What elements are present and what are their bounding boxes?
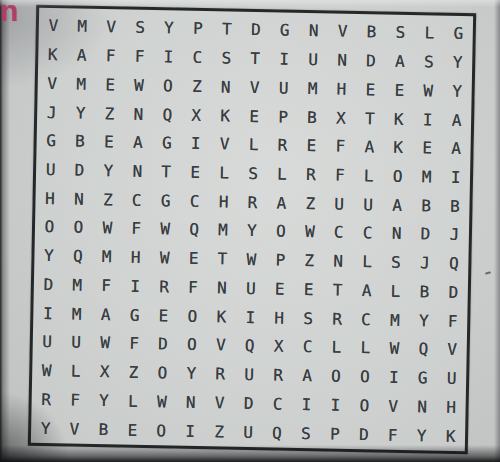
grid-cell-r12c14[interactable]: Q (409, 335, 438, 364)
grid-cell-r9c8[interactable]: W (237, 246, 266, 275)
grid-cell-r2c3[interactable]: F (96, 42, 125, 71)
grid-cell-r11c10[interactable]: S (293, 304, 322, 333)
grid-cell-r13c10[interactable]: A (292, 362, 321, 391)
grid-cell-r14c14[interactable]: N (407, 393, 436, 422)
grid-cell-r7c5[interactable]: G (151, 186, 180, 215)
grid-cell-r6c5[interactable]: T (152, 158, 181, 187)
grid-cell-r14c2[interactable]: F (60, 386, 89, 415)
grid-cell-r12c1[interactable]: U (33, 328, 62, 357)
grid-cell-r6c9[interactable]: L (267, 160, 296, 189)
grid-cell-r2c5[interactable]: I (154, 43, 183, 72)
grid-cell-r9c9[interactable]: P (266, 246, 295, 275)
grid-cell-r14c3[interactable]: Y (89, 386, 118, 415)
grid-cell-r3c14[interactable]: W (414, 77, 443, 106)
grid-cell-r4c14[interactable]: I (413, 105, 442, 134)
grid-cell-r12c15[interactable]: V (438, 336, 467, 365)
grid-cell-r1c1[interactable]: V (39, 12, 68, 41)
grid-cell-r7c4[interactable]: C (122, 186, 151, 215)
grid-cell-r9c2[interactable]: Q (63, 242, 92, 271)
grid-cell-r13c11[interactable]: O (321, 362, 350, 391)
grid-cell-r2c12[interactable]: D (356, 47, 385, 76)
grid-cell-r1c9[interactable]: G (270, 16, 299, 45)
grid-cell-r13c12[interactable]: O (350, 363, 379, 392)
grid-cell-r7c10[interactable]: Z (296, 189, 325, 218)
grid-cell-r5c2[interactable]: B (65, 127, 94, 156)
grid-cell-r10c12[interactable]: A (352, 277, 381, 306)
grid-cell-r11c14[interactable]: Y (409, 306, 438, 335)
grid-cell-r12c9[interactable]: X (264, 332, 293, 361)
grid-cell-r8c5[interactable]: W (150, 215, 179, 244)
grid-cell-r11c6[interactable]: O (178, 302, 207, 331)
grid-cell-r2c15[interactable]: Y (443, 48, 472, 77)
grid-cell-r4c2[interactable]: Y (66, 99, 95, 128)
grid-cell-r3c7[interactable]: N (211, 73, 240, 102)
grid-cell-r8c6[interactable]: Q (179, 216, 208, 245)
grid-cell-r3c15[interactable]: Y (442, 77, 471, 106)
grid-cell-r10c2[interactable]: M (63, 271, 92, 300)
grid-cell-r14c15[interactable]: H (436, 393, 465, 422)
grid-cell-r9c6[interactable]: E (179, 244, 208, 273)
grid-cell-r14c8[interactable]: D (234, 389, 263, 418)
grid-cell-r5c12[interactable]: A (355, 133, 384, 162)
grid-cell-r4c11[interactable]: X (326, 104, 355, 133)
grid-cell-r4c13[interactable]: K (384, 105, 413, 134)
grid-cell-r7c11[interactable]: U (325, 190, 354, 219)
grid-cell-r9c11[interactable]: N (323, 247, 352, 276)
grid-cell-r8c15[interactable]: J (440, 221, 469, 250)
grid-cell-r8c13[interactable]: N (382, 220, 411, 249)
grid-cell-r1c10[interactable]: N (299, 17, 328, 46)
grid-cell-r9c4[interactable]: H (121, 243, 150, 272)
grid-cell-r14c12[interactable]: O (350, 391, 379, 420)
grid-cell-r8c2[interactable]: O (64, 214, 93, 243)
grid-cell-r5c13[interactable]: K (384, 133, 413, 162)
grid-cell-r3c8[interactable]: V (240, 73, 269, 102)
grid-cell-r1c4[interactable]: S (125, 14, 154, 43)
grid-cell-r4c15[interactable]: A (442, 106, 471, 135)
grid-cell-r5c15[interactable]: A (441, 135, 470, 164)
grid-cell-r6c12[interactable]: L (354, 162, 383, 191)
grid-cell-r9c14[interactable]: J (410, 249, 439, 278)
grid-cell-r13c2[interactable]: L (61, 357, 90, 386)
grid-cell-r13c1[interactable]: W (32, 357, 61, 386)
grid-cell-r4c6[interactable]: X (182, 101, 211, 130)
grid-cell-r3c3[interactable]: E (95, 70, 124, 99)
grid-cell-r2c8[interactable]: T (241, 44, 270, 73)
grid-cell-r14c11[interactable]: I (321, 391, 350, 420)
grid-cell-r13c9[interactable]: R (263, 361, 292, 390)
grid-cell-r13c6[interactable]: Y (177, 359, 206, 388)
grid-cell-r6c4[interactable]: N (123, 157, 152, 186)
grid-cell-r2c7[interactable]: S (212, 44, 241, 73)
grid-cell-r11c3[interactable]: A (91, 300, 120, 329)
grid-cell-r13c15[interactable]: U (437, 364, 466, 393)
grid-cell-r9c13[interactable]: S (381, 248, 410, 277)
grid-cell-r5c14[interactable]: E (412, 134, 441, 163)
grid-cell-r9c15[interactable]: Q (439, 249, 468, 278)
grid-cell-r3c4[interactable]: W (124, 71, 153, 100)
grid-cell-r3c11[interactable]: H (327, 75, 356, 104)
grid-cell-r9c7[interactable]: T (208, 245, 237, 274)
grid-cell-r13c8[interactable]: U (234, 360, 263, 389)
grid-cell-r14c7[interactable]: V (205, 389, 234, 418)
grid-cell-r13c3[interactable]: X (90, 358, 119, 387)
grid-cell-r11c4[interactable]: G (120, 301, 149, 330)
grid-cell-r2c11[interactable]: N (327, 46, 356, 75)
grid-cell-r2c13[interactable]: A (385, 47, 414, 76)
grid-cell-r6c1[interactable]: U (36, 156, 65, 185)
grid-cell-r15c7[interactable]: Z (204, 417, 233, 446)
grid-cell-r1c14[interactable]: L (415, 19, 444, 48)
word-search-grid: VMVSYPTDGNVBSLGKAFFICSTIUNDASYVMEWOZNVUM… (31, 8, 473, 451)
grid-cell-r5c6[interactable]: I (181, 130, 210, 159)
grid-cell-r1c15[interactable]: G (444, 20, 473, 49)
grid-cell-r12c5[interactable]: D (148, 330, 177, 359)
grid-cell-r15c12[interactable]: D (349, 420, 378, 449)
grid-cell-r6c14[interactable]: M (412, 163, 441, 192)
grid-cell-r15c2[interactable]: V (60, 415, 89, 444)
photo-page: { "game": "word-search", "position": "VM… (0, 0, 500, 462)
grid-cell-r5c11[interactable]: F (326, 132, 355, 161)
grid-cell-r8c3[interactable]: W (93, 214, 122, 243)
grid-cell-r8c8[interactable]: Y (237, 217, 266, 246)
grid-cell-r11c1[interactable]: I (33, 299, 62, 328)
grid-cell-r7c2[interactable]: N (64, 185, 93, 214)
grid-cell-r1c6[interactable]: P (183, 15, 212, 44)
grid-cell-r4c4[interactable]: N (124, 100, 153, 129)
grid-cell-r5c9[interactable]: R (268, 131, 297, 160)
grid-cell-r7c12[interactable]: U (353, 190, 382, 219)
grid-cell-r1c13[interactable]: S (386, 19, 415, 48)
grid-cell-r7c14[interactable]: B (411, 191, 440, 220)
grid-cell-r6c8[interactable]: S (238, 159, 267, 188)
grid-cell-r3c13[interactable]: E (385, 76, 414, 105)
grid-cell-r14c10[interactable]: I (292, 390, 321, 419)
grid-cell-r15c13[interactable]: F (378, 421, 407, 450)
grid-cell-r13c14[interactable]: G (408, 364, 437, 393)
grid-cell-r1c8[interactable]: D (241, 16, 270, 45)
grid-cell-r10c9[interactable]: E (265, 275, 294, 304)
grid-cell-r4c8[interactable]: E (239, 102, 268, 131)
grid-cell-r12c8[interactable]: Q (235, 332, 264, 361)
grid-cell-r10c15[interactable]: D (439, 278, 468, 307)
grid-cell-r14c4[interactable]: L (118, 387, 147, 416)
grid-cell-r11c2[interactable]: M (62, 300, 91, 329)
grid-cell-r11c9[interactable]: H (264, 304, 293, 333)
grid-cell-r7c13[interactable]: A (382, 191, 411, 220)
grid-cell-r10c4[interactable]: I (120, 272, 149, 301)
grid-cell-r11c11[interactable]: R (322, 305, 351, 334)
grid-cell-r14c9[interactable]: C (263, 390, 292, 419)
grid-cell-r15c5[interactable]: O (147, 416, 176, 445)
grid-cell-r10c6[interactable]: F (178, 273, 207, 302)
grid-cell-r6c11[interactable]: F (325, 161, 354, 190)
grid-cell-r12c4[interactable]: F (119, 330, 148, 359)
grid-cell-r9c12[interactable]: L (352, 248, 381, 277)
grid-cell-r6c6[interactable]: E (180, 158, 209, 187)
grid-cell-r15c11[interactable]: P (320, 420, 349, 449)
grid-cell-r8c12[interactable]: C (353, 219, 382, 248)
grid-cell-r15c1[interactable]: Y (31, 414, 60, 443)
grid-cell-r12c10[interactable]: C (293, 333, 322, 362)
grid-cell-r7c1[interactable]: H (35, 184, 64, 213)
grid-cell-r2c10[interactable]: U (298, 46, 327, 75)
grid-cell-r9c1[interactable]: Y (34, 242, 63, 271)
grid-cell-r8c9[interactable]: O (266, 217, 295, 246)
grid-cell-r10c3[interactable]: F (91, 272, 120, 301)
grid-cell-r15c6[interactable]: I (175, 417, 204, 446)
grid-cell-r6c7[interactable]: L (209, 159, 238, 188)
grid-cell-r1c7[interactable]: T (212, 15, 241, 44)
grid-cell-r6c10[interactable]: R (296, 161, 325, 190)
grid-cell-r4c3[interactable]: Z (95, 99, 124, 128)
grid-cell-r5c1[interactable]: G (36, 127, 65, 156)
grid-cell-r1c11[interactable]: V (328, 17, 357, 46)
grid-cell-r6c15[interactable]: I (441, 163, 470, 192)
grid-cell-r11c13[interactable]: M (380, 306, 409, 335)
grid-cell-r2c1[interactable]: K (38, 41, 67, 70)
grid-cell-r12c12[interactable]: L (351, 334, 380, 363)
grid-cell-r5c4[interactable]: A (123, 128, 152, 157)
grid-cell-r8c7[interactable]: M (208, 216, 237, 245)
grid-cell-r12c6[interactable]: O (177, 331, 206, 360)
grid-cell-r10c8[interactable]: U (236, 274, 265, 303)
grid-cell-r11c8[interactable]: I (236, 303, 265, 332)
grid-cell-r4c10[interactable]: B (297, 103, 326, 132)
grid-cell-r12c13[interactable]: W (380, 335, 409, 364)
grid-cell-r2c9[interactable]: I (269, 45, 298, 74)
grid-cell-r3c2[interactable]: M (66, 70, 95, 99)
grid-cell-r13c4[interactable]: Z (119, 358, 148, 387)
grid-cell-r4c1[interactable]: J (37, 98, 66, 127)
grid-cell-r11c7[interactable]: K (207, 302, 236, 331)
grid-cell-r5c3[interactable]: E (94, 128, 123, 157)
grid-cell-r7c8[interactable]: R (238, 188, 267, 217)
grid-cell-r13c7[interactable]: R (206, 360, 235, 389)
grid-cell-r10c10[interactable]: E (294, 275, 323, 304)
grid-cell-r8c14[interactable]: D (411, 220, 440, 249)
grid-cell-r7c3[interactable]: Z (93, 185, 122, 214)
grid-cell-r14c5[interactable]: W (147, 388, 176, 417)
grid-cell-r3c6[interactable]: Z (182, 72, 211, 101)
grid-cell-r6c3[interactable]: Y (94, 157, 123, 186)
grid-cell-r3c9[interactable]: U (269, 74, 298, 103)
grid-cell-r11c15[interactable]: F (438, 307, 467, 336)
grid-cell-r14c6[interactable]: N (176, 388, 205, 417)
grid-cell-r3c5[interactable]: O (153, 72, 182, 101)
grid-cell-r1c12[interactable]: B (357, 18, 386, 47)
grid-cell-r5c5[interactable]: G (152, 129, 181, 158)
grid-cell-r3c10[interactable]: M (298, 74, 327, 103)
grid-cell-r8c1[interactable]: O (35, 213, 64, 242)
grid-cell-r9c3[interactable]: M (92, 243, 121, 272)
page-heading-fragment: n (0, 0, 18, 28)
grid-cell-r1c3[interactable]: V (96, 13, 125, 42)
grid-cell-r7c7[interactable]: H (209, 188, 238, 217)
grid-cell-r4c7[interactable]: K (210, 101, 239, 130)
grid-cell-r1c2[interactable]: M (68, 12, 97, 41)
grid-cell-r15c9[interactable]: Q (262, 419, 291, 448)
grid-cell-r11c5[interactable]: E (149, 301, 178, 330)
grid-cell-r12c11[interactable]: L (322, 333, 351, 362)
grid-cell-r6c2[interactable]: D (65, 156, 94, 185)
grid-cell-r12c7[interactable]: V (206, 331, 235, 360)
grid-cell-r10c5[interactable]: R (149, 273, 178, 302)
grid-cell-r8c11[interactable]: C (324, 219, 353, 248)
grid-cell-r15c14[interactable]: Y (407, 421, 436, 450)
grid-cell-r4c5[interactable]: Q (153, 100, 182, 129)
grid-cell-r6c13[interactable]: O (383, 162, 412, 191)
grid-cell-r12c3[interactable]: W (90, 329, 119, 358)
grid-cell-r9c10[interactable]: Z (295, 247, 324, 276)
grid-cell-r1c5[interactable]: Y (154, 14, 183, 43)
grid-cell-r2c2[interactable]: A (67, 41, 96, 70)
grid-cell-r7c6[interactable]: C (180, 187, 209, 216)
grid-cell-r7c15[interactable]: B (440, 192, 469, 221)
grid-cell-r5c10[interactable]: E (297, 132, 326, 161)
grid-cell-r7c9[interactable]: A (267, 189, 296, 218)
grid-cell-r2c4[interactable]: F (125, 42, 154, 71)
grid-cell-r15c3[interactable]: B (89, 415, 118, 444)
grid-cell-r13c5[interactable]: O (148, 359, 177, 388)
grid-cell-r4c9[interactable]: P (268, 102, 297, 131)
grid-cell-r2c6[interactable]: C (183, 43, 212, 72)
grid-cell-r5c8[interactable]: L (239, 131, 268, 160)
grid-cell-r14c1[interactable]: R (31, 385, 60, 414)
grid-cell-r15c10[interactable]: S (291, 419, 320, 448)
grid-cell-r12c2[interactable]: U (61, 328, 90, 357)
grid-cell-r11c12[interactable]: C (351, 305, 380, 334)
grid-cell-r15c8[interactable]: U (233, 418, 262, 447)
grid-cell-r10c13[interactable]: L (381, 277, 410, 306)
grid-cell-r13c13[interactable]: I (379, 363, 408, 392)
grid-cell-r5c7[interactable]: V (210, 130, 239, 159)
grid-cell-r10c7[interactable]: N (207, 274, 236, 303)
grid-cell-r10c14[interactable]: B (410, 278, 439, 307)
grid-cell-r4c12[interactable]: T (355, 104, 384, 133)
grid-cell-r8c10[interactable]: W (295, 218, 324, 247)
grid-cell-r2c14[interactable]: S (414, 48, 443, 77)
word-search-board: VMVSYPTDGNVBSLGKAFFICSTIUNDASYVMEWOZNVUM… (28, 5, 476, 454)
grid-cell-r15c15[interactable]: K (436, 422, 465, 451)
grid-cell-r8c4[interactable]: F (122, 215, 151, 244)
grid-cell-r15c4[interactable]: E (118, 416, 147, 445)
photo-smudge (485, 271, 491, 274)
grid-cell-r14c13[interactable]: V (379, 392, 408, 421)
grid-cell-r10c11[interactable]: T (323, 276, 352, 305)
grid-cell-r3c1[interactable]: V (37, 69, 66, 98)
grid-cell-r10c1[interactable]: D (34, 270, 63, 299)
grid-cell-r9c5[interactable]: W (150, 244, 179, 273)
grid-cell-r3c12[interactable]: E (356, 75, 385, 104)
